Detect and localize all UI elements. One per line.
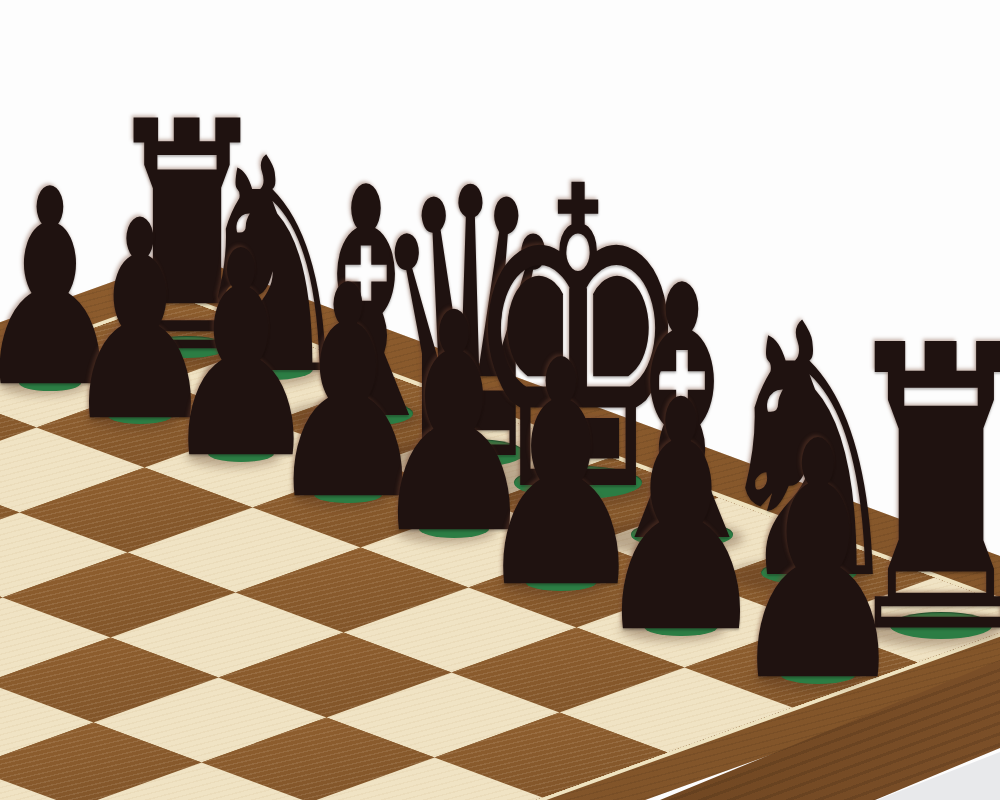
pieces-layer: ♜♞♝♛♚♝♞♜♟♟♟♟♟♟♟♟ (0, 0, 1000, 800)
chess-photo-stage: ♜♞♝♛♚♝♞♜♟♟♟♟♟♟♟♟ (0, 0, 1000, 800)
piece-pawn-h2[interactable]: ♟ (727, 399, 909, 726)
